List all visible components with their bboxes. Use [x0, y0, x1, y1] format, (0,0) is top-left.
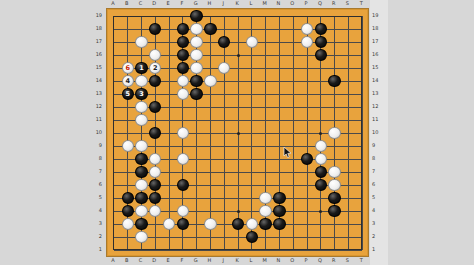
intersection-S2[interactable] [342, 231, 356, 244]
intersection-P5[interactable] [300, 192, 314, 205]
intersection-E17[interactable] [162, 36, 176, 49]
intersection-S18[interactable] [342, 23, 356, 36]
intersection-H5[interactable] [204, 192, 218, 205]
intersection-M18[interactable] [259, 23, 273, 36]
intersection-N16[interactable] [273, 49, 287, 62]
intersection-H8[interactable] [204, 153, 218, 166]
intersection-N5[interactable] [273, 192, 287, 205]
intersection-Q10[interactable] [314, 127, 328, 140]
intersection-A13[interactable] [107, 88, 121, 101]
intersection-F17[interactable] [176, 36, 190, 49]
intersection-F8[interactable] [176, 153, 190, 166]
intersection-B14[interactable]: 4 [121, 75, 135, 88]
intersection-N14[interactable] [273, 75, 287, 88]
intersection-K4[interactable] [231, 205, 245, 218]
intersection-G4[interactable] [190, 205, 204, 218]
intersection-P19[interactable] [300, 10, 314, 23]
intersection-A4[interactable] [107, 205, 121, 218]
intersection-D3[interactable] [148, 218, 162, 231]
intersection-K9[interactable] [231, 140, 245, 153]
intersection-P16[interactable] [300, 49, 314, 62]
intersection-T8[interactable] [355, 153, 369, 166]
intersection-H13[interactable] [204, 88, 218, 101]
intersection-H14[interactable] [204, 75, 218, 88]
intersection-P6[interactable] [300, 179, 314, 192]
intersection-G18[interactable] [190, 23, 204, 36]
intersection-K1[interactable] [231, 244, 245, 257]
intersection-L12[interactable] [245, 101, 259, 114]
intersection-N10[interactable] [273, 127, 287, 140]
intersection-O12[interactable] [286, 101, 300, 114]
intersection-O18[interactable] [286, 23, 300, 36]
intersection-Q7[interactable] [314, 166, 328, 179]
intersection-R1[interactable] [328, 244, 342, 257]
intersection-O13[interactable] [286, 88, 300, 101]
intersection-N17[interactable] [273, 36, 287, 49]
intersection-A15[interactable] [107, 62, 121, 75]
intersection-T13[interactable] [355, 88, 369, 101]
intersection-M14[interactable] [259, 75, 273, 88]
intersection-K17[interactable] [231, 36, 245, 49]
intersection-M2[interactable] [259, 231, 273, 244]
intersection-C1[interactable] [135, 244, 149, 257]
intersection-S19[interactable] [342, 10, 356, 23]
intersection-L14[interactable] [245, 75, 259, 88]
intersection-S10[interactable] [342, 127, 356, 140]
intersection-E2[interactable] [162, 231, 176, 244]
intersection-F11[interactable] [176, 114, 190, 127]
intersection-G15[interactable] [190, 62, 204, 75]
intersection-M10[interactable] [259, 127, 273, 140]
intersection-R10[interactable] [328, 127, 342, 140]
intersection-M9[interactable] [259, 140, 273, 153]
intersection-P1[interactable] [300, 244, 314, 257]
intersection-D17[interactable] [148, 36, 162, 49]
intersection-G3[interactable] [190, 218, 204, 231]
intersection-J16[interactable] [217, 49, 231, 62]
intersection-R17[interactable] [328, 36, 342, 49]
intersection-O3[interactable] [286, 218, 300, 231]
intersection-N15[interactable] [273, 62, 287, 75]
intersection-L18[interactable] [245, 23, 259, 36]
intersection-C6[interactable] [135, 179, 149, 192]
intersection-B1[interactable] [121, 244, 135, 257]
intersection-C9[interactable] [135, 140, 149, 153]
intersection-L1[interactable] [245, 244, 259, 257]
intersection-J10[interactable] [217, 127, 231, 140]
intersection-K8[interactable] [231, 153, 245, 166]
intersection-R16[interactable] [328, 49, 342, 62]
intersection-B17[interactable] [121, 36, 135, 49]
intersection-N11[interactable] [273, 114, 287, 127]
intersection-Q15[interactable] [314, 62, 328, 75]
intersection-P11[interactable] [300, 114, 314, 127]
intersection-L10[interactable] [245, 127, 259, 140]
intersection-C2[interactable] [135, 231, 149, 244]
intersection-P15[interactable] [300, 62, 314, 75]
intersection-L2[interactable] [245, 231, 259, 244]
intersection-D16[interactable] [148, 49, 162, 62]
intersection-Q3[interactable] [314, 218, 328, 231]
intersection-K18[interactable] [231, 23, 245, 36]
intersection-K10[interactable] [231, 127, 245, 140]
intersection-T4[interactable] [355, 205, 369, 218]
intersection-M16[interactable] [259, 49, 273, 62]
intersection-M5[interactable] [259, 192, 273, 205]
intersection-C4[interactable] [135, 205, 149, 218]
intersection-R4[interactable] [328, 205, 342, 218]
intersection-F18[interactable] [176, 23, 190, 36]
intersection-Q19[interactable] [314, 10, 328, 23]
intersection-M7[interactable] [259, 166, 273, 179]
intersection-E15[interactable] [162, 62, 176, 75]
intersection-F6[interactable] [176, 179, 190, 192]
intersection-D13[interactable] [148, 88, 162, 101]
intersection-T16[interactable] [355, 49, 369, 62]
intersection-Q14[interactable] [314, 75, 328, 88]
intersection-E19[interactable] [162, 10, 176, 23]
intersection-T5[interactable] [355, 192, 369, 205]
intersection-F13[interactable] [176, 88, 190, 101]
intersection-B19[interactable] [121, 10, 135, 23]
intersection-R9[interactable] [328, 140, 342, 153]
intersection-O15[interactable] [286, 62, 300, 75]
intersection-E7[interactable] [162, 166, 176, 179]
intersection-J15[interactable] [217, 62, 231, 75]
intersection-A5[interactable] [107, 192, 121, 205]
intersection-P12[interactable] [300, 101, 314, 114]
intersection-N6[interactable] [273, 179, 287, 192]
intersection-E13[interactable] [162, 88, 176, 101]
intersection-G19[interactable] [190, 10, 204, 23]
intersection-N1[interactable] [273, 244, 287, 257]
intersection-K2[interactable] [231, 231, 245, 244]
intersection-G6[interactable] [190, 179, 204, 192]
intersection-S5[interactable] [342, 192, 356, 205]
intersection-E10[interactable] [162, 127, 176, 140]
intersection-D11[interactable] [148, 114, 162, 127]
intersection-H6[interactable] [204, 179, 218, 192]
intersection-J12[interactable] [217, 101, 231, 114]
intersection-R7[interactable] [328, 166, 342, 179]
intersection-E16[interactable] [162, 49, 176, 62]
intersection-L19[interactable] [245, 10, 259, 23]
intersection-K14[interactable] [231, 75, 245, 88]
intersection-E3[interactable] [162, 218, 176, 231]
intersection-S14[interactable] [342, 75, 356, 88]
intersection-O6[interactable] [286, 179, 300, 192]
intersection-B8[interactable] [121, 153, 135, 166]
intersection-G12[interactable] [190, 101, 204, 114]
intersection-A9[interactable] [107, 140, 121, 153]
intersection-O19[interactable] [286, 10, 300, 23]
intersection-G5[interactable] [190, 192, 204, 205]
intersection-C7[interactable] [135, 166, 149, 179]
intersection-C11[interactable] [135, 114, 149, 127]
intersection-M8[interactable] [259, 153, 273, 166]
intersection-A19[interactable] [107, 10, 121, 23]
intersection-O16[interactable] [286, 49, 300, 62]
intersection-M11[interactable] [259, 114, 273, 127]
intersection-O2[interactable] [286, 231, 300, 244]
intersection-J18[interactable] [217, 23, 231, 36]
intersection-M19[interactable] [259, 10, 273, 23]
intersection-S12[interactable] [342, 101, 356, 114]
intersection-A2[interactable] [107, 231, 121, 244]
intersection-G16[interactable] [190, 49, 204, 62]
intersection-R12[interactable] [328, 101, 342, 114]
intersection-K13[interactable] [231, 88, 245, 101]
intersection-S17[interactable] [342, 36, 356, 49]
intersection-B18[interactable] [121, 23, 135, 36]
intersection-J13[interactable] [217, 88, 231, 101]
intersection-N3[interactable] [273, 218, 287, 231]
intersection-Q18[interactable] [314, 23, 328, 36]
intersection-O14[interactable] [286, 75, 300, 88]
intersection-E18[interactable] [162, 23, 176, 36]
intersection-B16[interactable] [121, 49, 135, 62]
intersection-Q16[interactable] [314, 49, 328, 62]
intersection-P10[interactable] [300, 127, 314, 140]
intersection-R14[interactable] [328, 75, 342, 88]
intersection-C10[interactable] [135, 127, 149, 140]
intersection-J1[interactable] [217, 244, 231, 257]
intersection-T12[interactable] [355, 101, 369, 114]
intersection-G7[interactable] [190, 166, 204, 179]
intersection-Q6[interactable] [314, 179, 328, 192]
intersection-L8[interactable] [245, 153, 259, 166]
intersection-R6[interactable] [328, 179, 342, 192]
intersection-H16[interactable] [204, 49, 218, 62]
intersection-Q9[interactable] [314, 140, 328, 153]
intersection-M3[interactable] [259, 218, 273, 231]
intersection-L9[interactable] [245, 140, 259, 153]
intersection-D9[interactable] [148, 140, 162, 153]
intersection-C19[interactable] [135, 10, 149, 23]
intersection-B7[interactable] [121, 166, 135, 179]
intersection-N2[interactable] [273, 231, 287, 244]
intersection-A3[interactable] [107, 218, 121, 231]
intersection-J14[interactable] [217, 75, 231, 88]
intersection-P3[interactable] [300, 218, 314, 231]
intersection-M13[interactable] [259, 88, 273, 101]
intersection-O5[interactable] [286, 192, 300, 205]
intersection-O1[interactable] [286, 244, 300, 257]
intersection-L7[interactable] [245, 166, 259, 179]
intersection-Q11[interactable] [314, 114, 328, 127]
intersection-A16[interactable] [107, 49, 121, 62]
intersection-P14[interactable] [300, 75, 314, 88]
intersection-K5[interactable] [231, 192, 245, 205]
intersection-D5[interactable] [148, 192, 162, 205]
intersection-T15[interactable] [355, 62, 369, 75]
intersection-J8[interactable] [217, 153, 231, 166]
intersection-T7[interactable] [355, 166, 369, 179]
intersection-D7[interactable] [148, 166, 162, 179]
intersection-A1[interactable] [107, 244, 121, 257]
intersection-T6[interactable] [355, 179, 369, 192]
intersection-H10[interactable] [204, 127, 218, 140]
intersection-P17[interactable] [300, 36, 314, 49]
intersection-A18[interactable] [107, 23, 121, 36]
intersection-H1[interactable] [204, 244, 218, 257]
intersection-A12[interactable] [107, 101, 121, 114]
intersection-O10[interactable] [286, 127, 300, 140]
intersection-C3[interactable] [135, 218, 149, 231]
intersection-B9[interactable] [121, 140, 135, 153]
intersection-B4[interactable] [121, 205, 135, 218]
intersection-H2[interactable] [204, 231, 218, 244]
intersection-H7[interactable] [204, 166, 218, 179]
intersection-O11[interactable] [286, 114, 300, 127]
intersection-B3[interactable] [121, 218, 135, 231]
intersection-J11[interactable] [217, 114, 231, 127]
intersection-J2[interactable] [217, 231, 231, 244]
intersection-C5[interactable] [135, 192, 149, 205]
intersection-T18[interactable] [355, 23, 369, 36]
intersection-H9[interactable] [204, 140, 218, 153]
intersection-T10[interactable] [355, 127, 369, 140]
intersection-J3[interactable] [217, 218, 231, 231]
intersection-P4[interactable] [300, 205, 314, 218]
intersection-R13[interactable] [328, 88, 342, 101]
intersection-J19[interactable] [217, 10, 231, 23]
intersection-D8[interactable] [148, 153, 162, 166]
intersection-N12[interactable] [273, 101, 287, 114]
intersection-S11[interactable] [342, 114, 356, 127]
intersection-D12[interactable] [148, 101, 162, 114]
intersection-F4[interactable] [176, 205, 190, 218]
intersection-O4[interactable] [286, 205, 300, 218]
intersection-F19[interactable] [176, 10, 190, 23]
intersection-H4[interactable] [204, 205, 218, 218]
intersection-Q12[interactable] [314, 101, 328, 114]
intersection-F15[interactable] [176, 62, 190, 75]
intersection-F5[interactable] [176, 192, 190, 205]
intersection-L4[interactable] [245, 205, 259, 218]
intersection-B13[interactable]: 5 [121, 88, 135, 101]
intersection-A8[interactable] [107, 153, 121, 166]
intersection-K6[interactable] [231, 179, 245, 192]
intersection-T11[interactable] [355, 114, 369, 127]
intersection-H19[interactable] [204, 10, 218, 23]
intersection-R8[interactable] [328, 153, 342, 166]
intersection-M15[interactable] [259, 62, 273, 75]
intersection-K11[interactable] [231, 114, 245, 127]
intersection-M17[interactable] [259, 36, 273, 49]
intersection-D2[interactable] [148, 231, 162, 244]
intersection-B10[interactable] [121, 127, 135, 140]
intersection-B15[interactable]: 6 [121, 62, 135, 75]
intersection-G2[interactable] [190, 231, 204, 244]
intersection-T14[interactable] [355, 75, 369, 88]
intersection-E11[interactable] [162, 114, 176, 127]
intersection-D6[interactable] [148, 179, 162, 192]
intersection-P13[interactable] [300, 88, 314, 101]
intersection-H11[interactable] [204, 114, 218, 127]
intersection-L3[interactable] [245, 218, 259, 231]
intersection-Q13[interactable] [314, 88, 328, 101]
intersection-A14[interactable] [107, 75, 121, 88]
intersection-T9[interactable] [355, 140, 369, 153]
intersection-E5[interactable] [162, 192, 176, 205]
intersection-G11[interactable] [190, 114, 204, 127]
intersection-S13[interactable] [342, 88, 356, 101]
intersection-E12[interactable] [162, 101, 176, 114]
intersection-Q4[interactable] [314, 205, 328, 218]
intersection-P7[interactable] [300, 166, 314, 179]
intersection-C8[interactable] [135, 153, 149, 166]
intersection-F14[interactable] [176, 75, 190, 88]
intersection-E14[interactable] [162, 75, 176, 88]
intersection-L11[interactable] [245, 114, 259, 127]
intersection-B6[interactable] [121, 179, 135, 192]
intersection-F16[interactable] [176, 49, 190, 62]
intersection-F3[interactable] [176, 218, 190, 231]
intersection-R5[interactable] [328, 192, 342, 205]
intersection-R19[interactable] [328, 10, 342, 23]
intersection-S15[interactable] [342, 62, 356, 75]
intersection-C14[interactable] [135, 75, 149, 88]
intersection-A17[interactable] [107, 36, 121, 49]
intersection-G9[interactable] [190, 140, 204, 153]
intersection-G8[interactable] [190, 153, 204, 166]
intersection-O7[interactable] [286, 166, 300, 179]
intersection-E1[interactable] [162, 244, 176, 257]
intersection-Q17[interactable] [314, 36, 328, 49]
intersection-C13[interactable]: 3 [135, 88, 149, 101]
intersection-S9[interactable] [342, 140, 356, 153]
intersection-S3[interactable] [342, 218, 356, 231]
intersection-K12[interactable] [231, 101, 245, 114]
intersection-J7[interactable] [217, 166, 231, 179]
intersection-D14[interactable] [148, 75, 162, 88]
intersection-Q5[interactable] [314, 192, 328, 205]
intersection-K19[interactable] [231, 10, 245, 23]
intersection-R11[interactable] [328, 114, 342, 127]
intersection-F12[interactable] [176, 101, 190, 114]
intersection-G17[interactable] [190, 36, 204, 49]
intersection-F10[interactable] [176, 127, 190, 140]
intersection-N4[interactable] [273, 205, 287, 218]
intersection-E4[interactable] [162, 205, 176, 218]
intersection-M6[interactable] [259, 179, 273, 192]
intersection-N13[interactable] [273, 88, 287, 101]
intersection-S1[interactable] [342, 244, 356, 257]
intersection-B2[interactable] [121, 231, 135, 244]
intersection-Q1[interactable] [314, 244, 328, 257]
intersection-H18[interactable] [204, 23, 218, 36]
intersection-K3[interactable] [231, 218, 245, 231]
intersection-K16[interactable] [231, 49, 245, 62]
intersection-R15[interactable] [328, 62, 342, 75]
intersection-S4[interactable] [342, 205, 356, 218]
intersection-E8[interactable] [162, 153, 176, 166]
intersection-B11[interactable] [121, 114, 135, 127]
intersection-D10[interactable] [148, 127, 162, 140]
intersection-G13[interactable] [190, 88, 204, 101]
intersection-N19[interactable] [273, 10, 287, 23]
intersection-L16[interactable] [245, 49, 259, 62]
intersection-A7[interactable] [107, 166, 121, 179]
intersection-J6[interactable] [217, 179, 231, 192]
intersection-R3[interactable] [328, 218, 342, 231]
intersection-M12[interactable] [259, 101, 273, 114]
intersection-P8[interactable] [300, 153, 314, 166]
intersection-E9[interactable] [162, 140, 176, 153]
intersection-C16[interactable] [135, 49, 149, 62]
intersection-R2[interactable] [328, 231, 342, 244]
